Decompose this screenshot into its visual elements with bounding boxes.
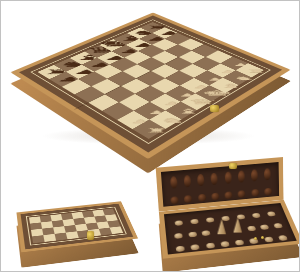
closed-board-scene bbox=[7, 173, 159, 271]
storage-box-scene bbox=[157, 129, 300, 272]
brass-screw-icon bbox=[254, 237, 257, 240]
white-knight: ♞ bbox=[145, 117, 200, 123]
stored-dark-piece bbox=[211, 193, 219, 201]
stored-light-piece bbox=[220, 241, 230, 247]
brass-clasp-icon bbox=[87, 231, 94, 240]
stored-dark-piece bbox=[184, 195, 192, 203]
stored-dark-piece bbox=[170, 176, 178, 189]
stored-dark-piece bbox=[197, 174, 204, 186]
closed-board-inlay-line bbox=[26, 207, 127, 246]
product-photo-canvas: ♜♞♝♛♚♝♞♜♟♟♟♟♟♟♟♟♟♟♟♟♟♟♟♟♜♞♝♛♚♝♞♜ bbox=[0, 0, 300, 272]
stored-dark-piece bbox=[251, 169, 258, 181]
stored-dark-piece bbox=[264, 168, 271, 180]
board-inlay-line: ♜♞♝♛♚♝♞♜♟♟♟♟♟♟♟♟♟♟♟♟♟♟♟♟♜♞♝♛♚♝♞♜ bbox=[30, 19, 271, 144]
stored-light-piece bbox=[264, 236, 274, 242]
black-pawn: ♟ bbox=[45, 76, 96, 82]
stored-dark-piece bbox=[224, 172, 231, 184]
closed-board-square bbox=[110, 226, 123, 234]
stored-dark-piece bbox=[238, 170, 245, 182]
stored-light-piece bbox=[235, 239, 245, 245]
stored-dark-piece bbox=[251, 189, 259, 197]
stored-light-piece bbox=[278, 235, 288, 241]
lid-felt bbox=[161, 162, 279, 207]
stored-light-piece bbox=[176, 246, 185, 253]
stored-dark-piece bbox=[238, 190, 246, 198]
stored-dark-piece bbox=[171, 196, 179, 204]
stored-dark-piece bbox=[225, 191, 233, 199]
white-king: ♚ bbox=[191, 89, 243, 97]
brass-screw-icon bbox=[261, 236, 264, 239]
stored-light-piece bbox=[217, 219, 227, 234]
brass-clasp-icon bbox=[210, 105, 219, 112]
stored-dark-piece bbox=[198, 194, 206, 202]
closed-board bbox=[16, 201, 138, 252]
stored-light-piece bbox=[191, 244, 200, 250]
stored-light-piece bbox=[188, 231, 197, 237]
stored-light-piece bbox=[206, 217, 215, 223]
stored-dark-piece bbox=[211, 173, 218, 185]
stored-light-piece bbox=[260, 224, 270, 230]
black-pawn: ♟ bbox=[122, 43, 167, 48]
brass-clasp-icon bbox=[229, 163, 237, 169]
white-pawn: ♟ bbox=[217, 63, 265, 67]
closed-board-squares bbox=[29, 209, 123, 244]
stored-light-piece bbox=[206, 243, 215, 249]
storage-box-base bbox=[159, 200, 300, 259]
stored-dark-piece bbox=[184, 175, 191, 187]
stored-dark-piece bbox=[264, 188, 271, 196]
black-knight: ♞ bbox=[49, 61, 98, 68]
